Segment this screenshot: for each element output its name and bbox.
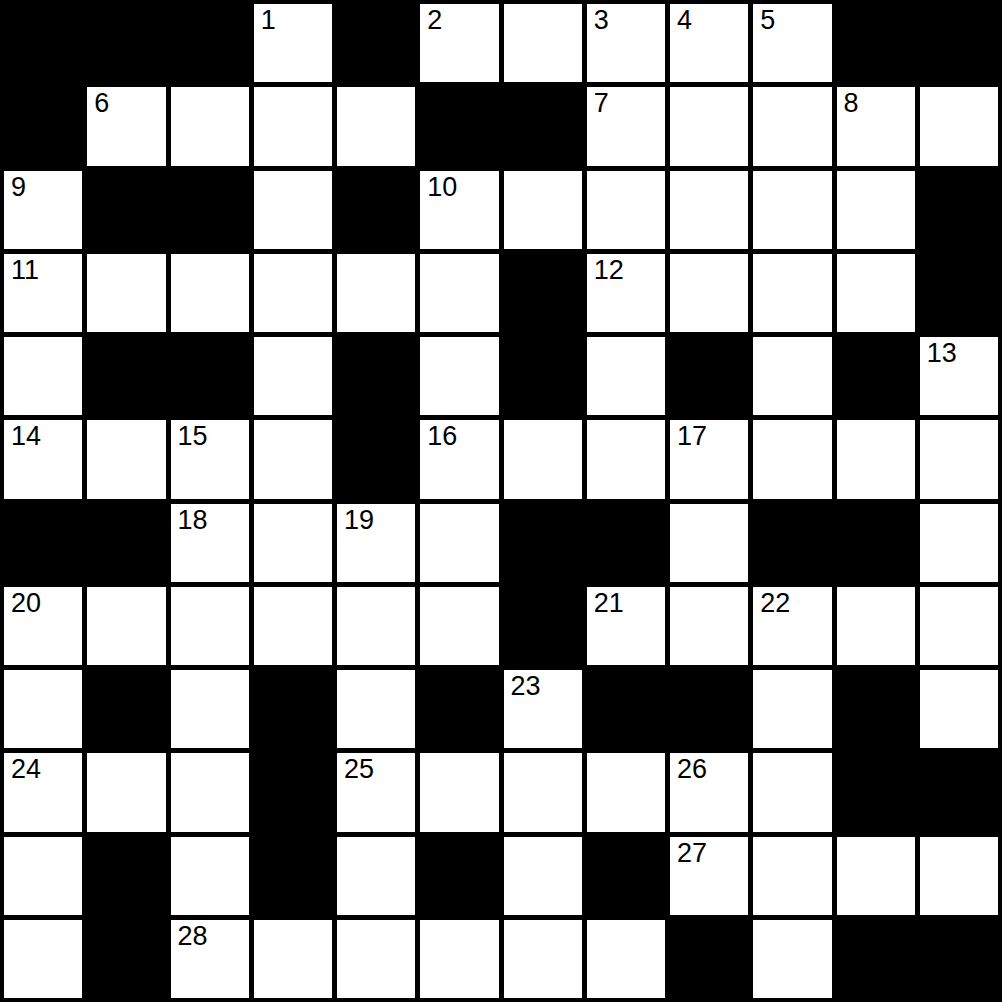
block-r8-c5 [420, 670, 498, 748]
cell-r5-c1[interactable] [87, 420, 165, 498]
block-r8-c8 [670, 670, 748, 748]
cell-r9-c7[interactable] [587, 753, 665, 831]
clue-number: 21 [594, 588, 624, 619]
cell-r5-c6[interactable] [504, 420, 582, 498]
cell-r10-c9[interactable] [753, 837, 831, 915]
clue-number: 5 [760, 5, 775, 36]
cell-r10-c4[interactable] [337, 837, 415, 915]
cell-r6-c3[interactable] [254, 504, 332, 582]
cell-r2-c8[interactable] [670, 171, 748, 249]
block-r6-c7 [587, 504, 665, 582]
cell-r2-c5[interactable]: 10 [420, 171, 498, 249]
block-r11-c8 [670, 920, 748, 998]
block-r8-c10 [837, 670, 915, 748]
cell-r7-c4[interactable] [337, 587, 415, 665]
cell-r11-c4[interactable] [337, 920, 415, 998]
clue-number: 6 [94, 88, 109, 119]
cell-r9-c6[interactable] [504, 753, 582, 831]
cell-r7-c10[interactable] [837, 587, 915, 665]
cell-r7-c5[interactable] [420, 587, 498, 665]
cell-r4-c7[interactable] [587, 337, 665, 415]
cell-r3-c10[interactable] [837, 254, 915, 332]
cell-r3-c5[interactable] [420, 254, 498, 332]
cell-r5-c2[interactable]: 15 [171, 420, 249, 498]
cell-r9-c4[interactable]: 25 [337, 753, 415, 831]
cell-r3-c8[interactable] [670, 254, 748, 332]
cell-r11-c2[interactable]: 28 [171, 920, 249, 998]
cell-r7-c9[interactable]: 22 [753, 587, 831, 665]
block-r4-c10 [837, 337, 915, 415]
cell-r3-c1[interactable] [87, 254, 165, 332]
block-r0-c2 [171, 4, 249, 82]
cell-r7-c3[interactable] [254, 587, 332, 665]
clue-number: 15 [178, 421, 208, 452]
cell-r9-c8[interactable]: 26 [670, 753, 748, 831]
block-r10-c7 [587, 837, 665, 915]
cell-r11-c6[interactable] [504, 920, 582, 998]
cell-r9-c1[interactable] [87, 753, 165, 831]
cell-r7-c0[interactable]: 20 [4, 587, 82, 665]
clue-number: 19 [344, 505, 374, 536]
cell-r1-c2[interactable] [171, 87, 249, 165]
block-r8-c1 [87, 670, 165, 748]
cell-r9-c0[interactable]: 24 [4, 753, 82, 831]
cell-r5-c9[interactable] [753, 420, 831, 498]
clue-number: 25 [344, 754, 374, 785]
cell-r2-c9[interactable] [753, 171, 831, 249]
cell-r1-c3[interactable] [254, 87, 332, 165]
clue-number: 12 [594, 255, 624, 286]
cell-r3-c4[interactable] [337, 254, 415, 332]
crossword-board: 1234567891011121314151617181920212223242… [0, 0, 1002, 1002]
clue-number: 27 [677, 838, 707, 869]
cell-r2-c6[interactable] [504, 171, 582, 249]
clue-number: 11 [11, 255, 39, 286]
cell-r3-c7[interactable]: 12 [587, 254, 665, 332]
cell-r6-c11[interactable] [920, 504, 998, 582]
cell-r4-c5[interactable] [420, 337, 498, 415]
clue-number: 17 [677, 421, 707, 452]
block-r4-c8 [670, 337, 748, 415]
block-r0-c11 [920, 4, 998, 82]
cell-r0-c5[interactable]: 2 [420, 4, 498, 82]
clue-number: 14 [11, 421, 41, 452]
cell-r5-c0[interactable]: 14 [4, 420, 82, 498]
block-r4-c1 [87, 337, 165, 415]
clue-number: 4 [677, 5, 692, 36]
cell-r10-c8[interactable]: 27 [670, 837, 748, 915]
cell-r0-c3[interactable]: 1 [254, 4, 332, 82]
cell-r10-c11[interactable] [920, 837, 998, 915]
block-r6-c0 [4, 504, 82, 582]
cell-r7-c7[interactable]: 21 [587, 587, 665, 665]
block-r11-c1 [87, 920, 165, 998]
cell-r1-c8[interactable] [670, 87, 748, 165]
cell-r9-c9[interactable] [753, 753, 831, 831]
block-r9-c3 [254, 753, 332, 831]
cell-r6-c5[interactable] [420, 504, 498, 582]
block-r9-c11 [920, 753, 998, 831]
block-r3-c11 [920, 254, 998, 332]
cell-r7-c1[interactable] [87, 587, 165, 665]
cell-r6-c4[interactable]: 19 [337, 504, 415, 582]
block-r1-c0 [4, 87, 82, 165]
cell-r8-c4[interactable] [337, 670, 415, 748]
cell-r10-c2[interactable] [171, 837, 249, 915]
cell-r11-c3[interactable] [254, 920, 332, 998]
cell-r4-c3[interactable] [254, 337, 332, 415]
block-r0-c4 [337, 4, 415, 82]
block-r10-c5 [420, 837, 498, 915]
clue-number: 10 [427, 172, 457, 203]
cell-r7-c2[interactable] [171, 587, 249, 665]
cell-r10-c0[interactable] [4, 837, 82, 915]
clue-number: 24 [11, 754, 41, 785]
cell-r6-c2[interactable]: 18 [171, 504, 249, 582]
cell-r1-c11[interactable] [920, 87, 998, 165]
block-r1-c6 [504, 87, 582, 165]
clue-number: 9 [11, 172, 26, 203]
block-r4-c2 [171, 337, 249, 415]
cell-r1-c1[interactable]: 6 [87, 87, 165, 165]
cell-r10-c10[interactable] [837, 837, 915, 915]
cell-r5-c10[interactable] [837, 420, 915, 498]
cell-r8-c6[interactable]: 23 [504, 670, 582, 748]
cell-r0-c8[interactable]: 4 [670, 4, 748, 82]
cell-r8-c9[interactable] [753, 670, 831, 748]
cell-r7-c8[interactable] [670, 587, 748, 665]
block-r1-c5 [420, 87, 498, 165]
clue-number: 7 [594, 88, 609, 119]
cell-r4-c9[interactable] [753, 337, 831, 415]
clue-number: 1 [261, 5, 276, 36]
cell-r4-c0[interactable] [4, 337, 82, 415]
cell-r3-c3[interactable] [254, 254, 332, 332]
block-r6-c10 [837, 504, 915, 582]
cell-r5-c7[interactable] [587, 420, 665, 498]
block-r2-c4 [337, 171, 415, 249]
cell-r3-c0[interactable]: 11 [4, 254, 82, 332]
block-r3-c6 [504, 254, 582, 332]
cell-r11-c0[interactable] [4, 920, 82, 998]
block-r2-c2 [171, 171, 249, 249]
block-r11-c11 [920, 920, 998, 998]
clue-number: 23 [511, 671, 541, 702]
cell-r0-c6[interactable] [504, 4, 582, 82]
clue-number: 22 [760, 588, 790, 619]
cell-r2-c0[interactable]: 9 [4, 171, 82, 249]
cell-r0-c7[interactable]: 3 [587, 4, 665, 82]
cell-r3-c9[interactable] [753, 254, 831, 332]
block-r10-c3 [254, 837, 332, 915]
clue-number: 26 [677, 754, 707, 785]
block-r7-c6 [504, 587, 582, 665]
block-r0-c10 [837, 4, 915, 82]
block-r4-c6 [504, 337, 582, 415]
cell-r9-c5[interactable] [420, 753, 498, 831]
clue-number: 28 [178, 921, 208, 952]
cell-r11-c9[interactable] [753, 920, 831, 998]
block-r8-c3 [254, 670, 332, 748]
cell-r5-c5[interactable]: 16 [420, 420, 498, 498]
cell-r11-c7[interactable] [587, 920, 665, 998]
cell-r1-c7[interactable]: 7 [587, 87, 665, 165]
block-r4-c4 [337, 337, 415, 415]
cell-r1-c10[interactable]: 8 [837, 87, 915, 165]
cell-r5-c8[interactable]: 17 [670, 420, 748, 498]
cell-r3-c2[interactable] [171, 254, 249, 332]
cell-r5-c3[interactable] [254, 420, 332, 498]
clue-number: 16 [427, 421, 457, 452]
cell-r4-c11[interactable]: 13 [920, 337, 998, 415]
cell-r9-c2[interactable] [171, 753, 249, 831]
block-r11-c10 [837, 920, 915, 998]
cell-r8-c11[interactable] [920, 670, 998, 748]
clue-number: 3 [594, 5, 609, 36]
cell-r8-c2[interactable] [171, 670, 249, 748]
cell-r2-c10[interactable] [837, 171, 915, 249]
clue-number: 13 [927, 338, 957, 369]
cell-r8-c0[interactable] [4, 670, 82, 748]
cell-r5-c11[interactable] [920, 420, 998, 498]
cell-r0-c9[interactable]: 5 [753, 4, 831, 82]
clue-number: 18 [178, 505, 208, 536]
cell-r1-c9[interactable] [753, 87, 831, 165]
block-r10-c1 [87, 837, 165, 915]
block-r5-c4 [337, 420, 415, 498]
block-r6-c1 [87, 504, 165, 582]
block-r0-c1 [87, 4, 165, 82]
block-r0-c0 [4, 4, 82, 82]
clue-number: 20 [11, 588, 41, 619]
block-r6-c6 [504, 504, 582, 582]
cell-r7-c11[interactable] [920, 587, 998, 665]
clue-number: 2 [427, 5, 442, 36]
cell-r6-c8[interactable] [670, 504, 748, 582]
clue-number: 8 [844, 88, 859, 119]
cell-r10-c6[interactable] [504, 837, 582, 915]
block-r2-c1 [87, 171, 165, 249]
block-r9-c10 [837, 753, 915, 831]
block-r6-c9 [753, 504, 831, 582]
block-r8-c7 [587, 670, 665, 748]
cell-r2-c3[interactable] [254, 171, 332, 249]
cell-r11-c5[interactable] [420, 920, 498, 998]
cell-r1-c4[interactable] [337, 87, 415, 165]
cell-r2-c7[interactable] [587, 171, 665, 249]
block-r2-c11 [920, 171, 998, 249]
